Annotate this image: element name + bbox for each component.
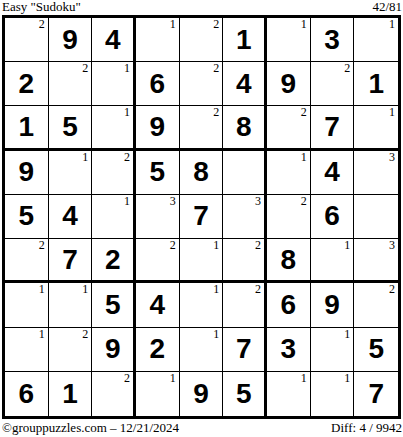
cell-r1c3[interactable]: 4 <box>92 18 136 62</box>
corner-mark: 3 <box>255 195 261 208</box>
cell-r3c8[interactable]: 7 <box>311 106 355 150</box>
given-digit: 4 <box>62 202 78 230</box>
corner-mark: 1 <box>39 283 45 296</box>
cell-r6c3[interactable]: 2 <box>92 239 136 283</box>
cell-r6c1[interactable]: 2 <box>5 239 49 283</box>
corner-mark: 3 <box>170 195 176 208</box>
corner-mark: 1 <box>389 18 395 31</box>
cell-r4c7[interactable]: 1 <box>267 151 311 195</box>
cell-r4c1[interactable]: 9 <box>5 151 49 195</box>
corner-mark: 1 <box>344 372 350 385</box>
cell-r7c1[interactable]: 1 <box>5 283 49 327</box>
cell-r2c5[interactable]: 2 <box>180 62 224 106</box>
cell-r9c4[interactable]: 1 <box>136 372 180 416</box>
cell-r9c8[interactable]: 1 <box>311 372 355 416</box>
given-digit: 5 <box>368 335 384 363</box>
cell-r9c9[interactable]: 7 <box>354 372 398 416</box>
given-digit: 9 <box>19 158 35 186</box>
corner-mark: 1 <box>301 151 307 164</box>
given-digit: 2 <box>150 335 166 363</box>
given-digit: 2 <box>105 246 121 274</box>
corner-mark: 2 <box>124 372 130 385</box>
cell-r5c2[interactable]: 4 <box>49 195 93 239</box>
given-digit: 7 <box>368 380 384 408</box>
corner-mark: 2 <box>255 239 261 252</box>
given-digit: 4 <box>324 158 340 186</box>
cell-r1c9[interactable]: 1 <box>354 18 398 62</box>
given-digit: 7 <box>236 335 252 363</box>
corner-mark: 1 <box>124 62 130 75</box>
cell-r3c6[interactable]: 8 <box>223 106 267 150</box>
given-digit: 9 <box>324 291 340 319</box>
cell-r1c6[interactable]: 1 <box>223 18 267 62</box>
given-digit: 9 <box>281 70 297 98</box>
cell-r2c2[interactable]: 2 <box>49 62 93 106</box>
cell-r5c8[interactable]: 6 <box>311 195 355 239</box>
cell-r7c9[interactable]: 2 <box>354 283 398 327</box>
given-digit: 5 <box>105 291 121 319</box>
corner-mark: 1 <box>213 283 219 296</box>
cell-r2c8[interactable]: 2 <box>311 62 355 106</box>
cell-r5c1[interactable]: 5 <box>5 195 49 239</box>
cell-r3c4[interactable]: 9 <box>136 106 180 150</box>
cell-r9c2[interactable]: 1 <box>49 372 93 416</box>
cell-r7c4[interactable]: 4 <box>136 283 180 327</box>
corner-mark: 2 <box>39 18 45 31</box>
given-digit: 9 <box>62 26 78 54</box>
given-digit: 8 <box>193 158 209 186</box>
cell-r7c5[interactable]: 1 <box>180 283 224 327</box>
given-digit: 5 <box>19 202 35 230</box>
cell-r5c4[interactable]: 3 <box>136 195 180 239</box>
corner-mark: 2 <box>213 62 219 75</box>
corner-mark: 1 <box>39 328 45 341</box>
given-digit: 8 <box>281 246 297 274</box>
cell-r8c8[interactable]: 1 <box>311 328 355 372</box>
corner-mark: 1 <box>82 283 88 296</box>
corner-mark: 2 <box>301 106 307 119</box>
page-title: Easy "Sudoku" <box>2 0 81 14</box>
cell-r9c7[interactable]: 1 <box>267 372 311 416</box>
given-digit: 3 <box>324 26 340 54</box>
cell-r9c6[interactable]: 5 <box>223 372 267 416</box>
cell-r6c8[interactable]: 1 <box>311 239 355 283</box>
cell-r2c6[interactable]: 4 <box>223 62 267 106</box>
corner-mark: 2 <box>170 239 176 252</box>
corner-mark: 2 <box>39 239 45 252</box>
given-digit: 8 <box>236 113 252 141</box>
cell-r4c8[interactable]: 4 <box>311 151 355 195</box>
cell-r8c2[interactable]: 2 <box>49 328 93 372</box>
corner-mark: 1 <box>344 239 350 252</box>
given-digit: 9 <box>105 335 121 363</box>
cell-r5c5[interactable]: 7 <box>180 195 224 239</box>
corner-mark: 2 <box>301 195 307 208</box>
given-digit: 6 <box>19 380 35 408</box>
cell-r6c9[interactable]: 3 <box>354 239 398 283</box>
given-digit: 9 <box>150 113 166 141</box>
cell-r6c4[interactable]: 2 <box>136 239 180 283</box>
cell-r8c4[interactable]: 2 <box>136 328 180 372</box>
corner-mark: 2 <box>213 18 219 31</box>
cell-r5c3[interactable]: 1 <box>92 195 136 239</box>
cell-r4c6[interactable] <box>223 151 267 195</box>
cell-r7c3[interactable]: 5 <box>92 283 136 327</box>
cell-r4c5[interactable]: 8 <box>180 151 224 195</box>
cell-r8c5[interactable]: 1 <box>180 328 224 372</box>
cell-r2c9[interactable]: 1 <box>354 62 398 106</box>
corner-mark: 1 <box>170 18 176 31</box>
cell-r7c2[interactable]: 1 <box>49 283 93 327</box>
cell-r5c9[interactable] <box>354 195 398 239</box>
sudoku-board: 2941211312216249211519282719125814354137… <box>2 15 401 419</box>
corner-mark: 2 <box>82 328 88 341</box>
cell-r3c3[interactable]: 1 <box>92 106 136 150</box>
cell-r2c3[interactable]: 1 <box>92 62 136 106</box>
given-digit: 4 <box>236 70 252 98</box>
given-digit: 4 <box>105 26 121 54</box>
corner-mark: 2 <box>124 151 130 164</box>
given-digit: 7 <box>193 202 209 230</box>
cell-r4c9[interactable]: 3 <box>354 151 398 195</box>
cell-r8c9[interactable]: 5 <box>354 328 398 372</box>
corner-mark: 1 <box>344 328 350 341</box>
cell-r6c6[interactable]: 2 <box>223 239 267 283</box>
corner-mark: 1 <box>213 328 219 341</box>
cell-r6c7[interactable]: 8 <box>267 239 311 283</box>
cell-r8c1[interactable]: 1 <box>5 328 49 372</box>
cell-r4c4[interactable]: 5 <box>136 151 180 195</box>
cell-r3c5[interactable]: 2 <box>180 106 224 150</box>
cell-r2c4[interactable]: 6 <box>136 62 180 106</box>
given-digit: 6 <box>324 202 340 230</box>
given-digit: 6 <box>281 291 297 319</box>
corner-mark: 1 <box>301 372 307 385</box>
given-digit: 5 <box>150 158 166 186</box>
cell-r6c5[interactable]: 1 <box>180 239 224 283</box>
corner-mark: 3 <box>389 151 395 164</box>
corner-mark: 2 <box>82 62 88 75</box>
cell-r5c6[interactable]: 3 <box>223 195 267 239</box>
cell-r1c1[interactable]: 2 <box>5 18 49 62</box>
cell-r4c2[interactable]: 1 <box>49 151 93 195</box>
corner-mark: 2 <box>213 106 219 119</box>
corner-mark: 2 <box>255 283 261 296</box>
cell-r9c1[interactable]: 6 <box>5 372 49 416</box>
cell-r3c2[interactable]: 5 <box>49 106 93 150</box>
given-digit: 1 <box>19 113 35 141</box>
given-digit: 1 <box>368 70 384 98</box>
corner-mark: 1 <box>389 106 395 119</box>
cell-r9c3[interactable]: 2 <box>92 372 136 416</box>
given-digit: 5 <box>62 113 78 141</box>
corner-mark: 1 <box>170 372 176 385</box>
given-digit: 3 <box>281 335 297 363</box>
puzzle-counter: 42/81 <box>372 0 402 14</box>
cell-r2c1[interactable]: 2 <box>5 62 49 106</box>
cell-r8c7[interactable]: 3 <box>267 328 311 372</box>
cell-r7c7[interactable]: 6 <box>267 283 311 327</box>
corner-mark: 3 <box>389 239 395 252</box>
sudoku-page: Easy "Sudoku" 42/81 29412113122162492115… <box>0 0 403 437</box>
given-digit: 7 <box>324 113 340 141</box>
footer: ©grouppuzzles.com – 12/21/2024 Diff: 4 /… <box>0 419 403 437</box>
cell-r4c3[interactable]: 2 <box>92 151 136 195</box>
given-digit: 4 <box>150 291 166 319</box>
cell-r6c2[interactable]: 7 <box>49 239 93 283</box>
given-digit: 7 <box>62 246 78 274</box>
given-digit: 9 <box>193 380 209 408</box>
corner-mark: 1 <box>82 151 88 164</box>
cell-r3c7[interactable]: 2 <box>267 106 311 150</box>
given-digit: 5 <box>236 380 252 408</box>
header: Easy "Sudoku" 42/81 <box>0 0 403 15</box>
cell-r1c7[interactable]: 1 <box>267 18 311 62</box>
given-digit: 6 <box>150 70 166 98</box>
given-digit: 1 <box>236 26 252 54</box>
cell-r7c8[interactable]: 9 <box>311 283 355 327</box>
cell-r8c3[interactable]: 9 <box>92 328 136 372</box>
corner-mark: 2 <box>389 283 395 296</box>
corner-mark: 2 <box>344 62 350 75</box>
cell-r2c7[interactable]: 9 <box>267 62 311 106</box>
given-digit: 2 <box>19 70 35 98</box>
cell-r1c5[interactable]: 2 <box>180 18 224 62</box>
corner-mark: 1 <box>124 106 130 119</box>
copyright-text: ©grouppuzzles.com – 12/21/2024 <box>2 421 179 435</box>
given-digit: 1 <box>62 380 78 408</box>
cell-r7c6[interactable]: 2 <box>223 283 267 327</box>
cell-r1c4[interactable]: 1 <box>136 18 180 62</box>
cell-r9c5[interactable]: 9 <box>180 372 224 416</box>
cell-r1c8[interactable]: 3 <box>311 18 355 62</box>
corner-mark: 1 <box>213 239 219 252</box>
cell-r8c6[interactable]: 7 <box>223 328 267 372</box>
corner-mark: 1 <box>301 18 307 31</box>
cell-r3c1[interactable]: 1 <box>5 106 49 150</box>
difficulty-text: Diff: 4 / 9942 <box>331 421 402 435</box>
cell-r3c9[interactable]: 1 <box>354 106 398 150</box>
cell-r5c7[interactable]: 2 <box>267 195 311 239</box>
corner-mark: 1 <box>124 195 130 208</box>
cell-r1c2[interactable]: 9 <box>49 18 93 62</box>
